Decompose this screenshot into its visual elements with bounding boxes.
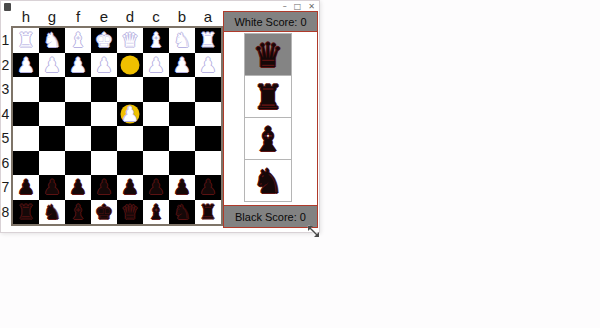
- rank-label-6: 6: [1, 151, 10, 176]
- black-score-bar: Black Score: 0: [224, 205, 317, 227]
- promotion-option-knight[interactable]: ♞: [244, 159, 292, 202]
- square-e3[interactable]: [91, 77, 117, 102]
- square-c8[interactable]: ♝: [143, 200, 169, 225]
- black-bishop: ♝: [143, 200, 169, 225]
- square-h7[interactable]: ♟: [13, 175, 39, 200]
- square-h5[interactable]: [13, 126, 39, 151]
- white-knight: ♞: [39, 28, 65, 53]
- square-b2[interactable]: ♟: [169, 53, 195, 78]
- white-pawn: ♟: [195, 53, 221, 78]
- square-e7[interactable]: ♟: [91, 175, 117, 200]
- white-pawn: ♟: [169, 53, 195, 78]
- square-f2[interactable]: ♟: [65, 53, 91, 78]
- app-window: – □ ✕ hgfedcba 12345678 ♜♞♝♚♛♝♞♜♟♟♟♟♟♟♟♟…: [0, 0, 320, 233]
- minimize-button[interactable]: –: [283, 2, 287, 11]
- black-rook-icon: ♜: [253, 80, 283, 114]
- square-a7[interactable]: ♟: [195, 175, 221, 200]
- black-bishop: ♝: [65, 200, 91, 225]
- promotion-option-bishop[interactable]: ♝: [244, 117, 292, 160]
- square-b1[interactable]: ♞: [169, 28, 195, 53]
- file-label-b: b: [169, 8, 195, 25]
- black-pawn: ♟: [117, 175, 143, 200]
- white-bishop: ♝: [65, 28, 91, 53]
- square-b8[interactable]: ♞: [169, 200, 195, 225]
- chess-board: ♜♞♝♚♛♝♞♜♟♟♟♟♟♟♟♟♟♟♟♟♟♟♟♟♜♞♝♚♛♝♞♜: [11, 26, 223, 226]
- file-label-h: h: [13, 8, 39, 25]
- square-b5[interactable]: [169, 126, 195, 151]
- file-label-d: d: [117, 8, 143, 25]
- close-button[interactable]: ✕: [308, 2, 315, 11]
- square-g3[interactable]: [39, 77, 65, 102]
- app-icon: [4, 3, 11, 11]
- square-f1[interactable]: ♝: [65, 28, 91, 53]
- white-pawn: ♟: [65, 53, 91, 78]
- square-c6[interactable]: [143, 151, 169, 176]
- square-d4[interactable]: ♟: [117, 102, 143, 127]
- black-rook: ♜: [13, 200, 39, 225]
- rank-label-2: 2: [1, 53, 10, 78]
- square-d2[interactable]: [117, 53, 143, 78]
- black-rook: ♜: [195, 200, 221, 225]
- white-pawn: ♟: [13, 53, 39, 78]
- white-rook: ♜: [13, 28, 39, 53]
- white-pawn: ♟: [39, 53, 65, 78]
- rank-label-8: 8: [1, 200, 10, 225]
- black-score-text: Black Score: 0: [235, 211, 306, 223]
- rank-labels: 12345678: [1, 28, 10, 224]
- square-h8[interactable]: ♜: [13, 200, 39, 225]
- file-label-a: a: [195, 8, 221, 25]
- square-e2[interactable]: ♟: [91, 53, 117, 78]
- square-g8[interactable]: ♞: [39, 200, 65, 225]
- black-pawn: ♟: [169, 175, 195, 200]
- black-pawn: ♟: [39, 175, 65, 200]
- square-a5[interactable]: [195, 126, 221, 151]
- square-g4[interactable]: [39, 102, 65, 127]
- square-d8[interactable]: ♛: [117, 200, 143, 225]
- square-d1[interactable]: ♛: [117, 28, 143, 53]
- square-a3[interactable]: [195, 77, 221, 102]
- promotion-piece-list: ♛♜♝♞: [244, 33, 292, 202]
- square-d5[interactable]: [117, 126, 143, 151]
- white-score-text: White Score: 0: [234, 16, 306, 28]
- file-label-e: e: [91, 8, 117, 25]
- black-knight: ♞: [39, 200, 65, 225]
- black-pawn: ♟: [13, 175, 39, 200]
- highlight-disc: [121, 55, 140, 74]
- square-a6[interactable]: [195, 151, 221, 176]
- square-e6[interactable]: [91, 151, 117, 176]
- square-h3[interactable]: [13, 77, 39, 102]
- square-h6[interactable]: [13, 151, 39, 176]
- square-c2[interactable]: ♟: [143, 53, 169, 78]
- square-d6[interactable]: [117, 151, 143, 176]
- maximize-button[interactable]: □: [294, 2, 302, 11]
- square-d7[interactable]: ♟: [117, 175, 143, 200]
- black-king: ♚: [91, 200, 117, 225]
- file-label-c: c: [143, 8, 169, 25]
- rank-label-7: 7: [1, 175, 10, 200]
- rank-label-3: 3: [1, 77, 10, 102]
- square-f3[interactable]: [65, 77, 91, 102]
- rank-label-4: 4: [1, 102, 10, 127]
- white-bishop: ♝: [143, 28, 169, 53]
- square-h1[interactable]: ♜: [13, 28, 39, 53]
- black-queen-icon: ♛: [253, 38, 283, 72]
- square-c5[interactable]: [143, 126, 169, 151]
- square-g6[interactable]: [39, 151, 65, 176]
- square-h2[interactable]: ♟: [13, 53, 39, 78]
- square-g5[interactable]: [39, 126, 65, 151]
- black-queen: ♛: [117, 200, 143, 225]
- black-knight: ♞: [169, 200, 195, 225]
- square-a4[interactable]: [195, 102, 221, 127]
- square-b6[interactable]: [169, 151, 195, 176]
- resize-cursor-icon: [306, 224, 321, 239]
- square-b7[interactable]: ♟: [169, 175, 195, 200]
- square-a1[interactable]: ♜: [195, 28, 221, 53]
- square-f5[interactable]: [65, 126, 91, 151]
- white-pawn: ♟: [117, 102, 143, 127]
- white-king: ♚: [91, 28, 117, 53]
- promotion-option-queen[interactable]: ♛: [244, 33, 292, 76]
- white-knight: ♞: [169, 28, 195, 53]
- square-e8[interactable]: ♚: [91, 200, 117, 225]
- promotion-option-rook[interactable]: ♜: [244, 75, 292, 118]
- black-bishop-icon: ♝: [253, 122, 283, 156]
- square-b3[interactable]: [169, 77, 195, 102]
- white-queen: ♛: [117, 28, 143, 53]
- white-score-bar: White Score: 0: [224, 12, 317, 32]
- black-pawn: ♟: [143, 175, 169, 200]
- square-d3[interactable]: [117, 77, 143, 102]
- square-g1[interactable]: ♞: [39, 28, 65, 53]
- white-pawn: ♟: [91, 53, 117, 78]
- square-f4[interactable]: [65, 102, 91, 127]
- file-labels: hgfedcba: [13, 8, 221, 25]
- rank-label-1: 1: [1, 28, 10, 53]
- square-g7[interactable]: ♟: [39, 175, 65, 200]
- square-e5[interactable]: [91, 126, 117, 151]
- square-c4[interactable]: [143, 102, 169, 127]
- square-b4[interactable]: [169, 102, 195, 127]
- square-e1[interactable]: ♚: [91, 28, 117, 53]
- square-f7[interactable]: ♟: [65, 175, 91, 200]
- black-pawn: ♟: [65, 175, 91, 200]
- file-label-g: g: [39, 8, 65, 25]
- file-label-f: f: [65, 8, 91, 25]
- square-a2[interactable]: ♟: [195, 53, 221, 78]
- square-e4[interactable]: [91, 102, 117, 127]
- square-c1[interactable]: ♝: [143, 28, 169, 53]
- white-rook: ♜: [195, 28, 221, 53]
- side-panel: White Score: 0 ♛♜♝♞ Black Score: 0: [223, 11, 318, 228]
- square-c7[interactable]: ♟: [143, 175, 169, 200]
- black-pawn: ♟: [195, 175, 221, 200]
- rank-label-5: 5: [1, 126, 10, 151]
- square-c3[interactable]: [143, 77, 169, 102]
- black-pawn: ♟: [91, 175, 117, 200]
- square-f6[interactable]: [65, 151, 91, 176]
- square-g2[interactable]: ♟: [39, 53, 65, 78]
- white-pawn: ♟: [143, 53, 169, 78]
- square-a8[interactable]: ♜: [195, 200, 221, 225]
- square-f8[interactable]: ♝: [65, 200, 91, 225]
- black-knight-icon: ♞: [253, 164, 283, 198]
- square-h4[interactable]: [13, 102, 39, 127]
